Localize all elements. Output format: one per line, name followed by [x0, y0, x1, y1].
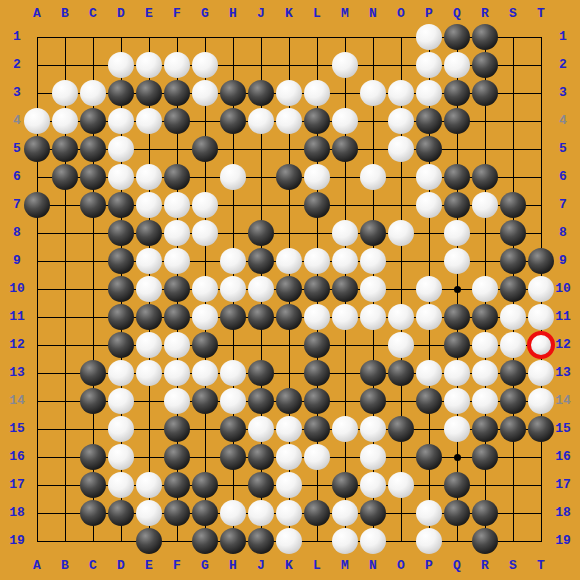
board-cell-J11[interactable]: [247, 303, 275, 331]
board-cell-F12[interactable]: [163, 331, 191, 359]
board-cell-E9[interactable]: [135, 247, 163, 275]
board-cell-K19[interactable]: [275, 527, 303, 555]
board-cell-O4[interactable]: [387, 107, 415, 135]
board-cell-M2[interactable]: [331, 51, 359, 79]
board-cell-K13[interactable]: [275, 359, 303, 387]
board-cell-S14[interactable]: [499, 387, 527, 415]
board-cell-S12[interactable]: [499, 331, 527, 359]
board-cell-B14[interactable]: [51, 387, 79, 415]
board-cell-M17[interactable]: [331, 471, 359, 499]
board-cell-B13[interactable]: [51, 359, 79, 387]
board-cell-B9[interactable]: [51, 247, 79, 275]
board-cell-H6[interactable]: [219, 163, 247, 191]
board-cell-L4[interactable]: [303, 107, 331, 135]
board-cell-Q10[interactable]: [443, 275, 471, 303]
board-cell-O6[interactable]: [387, 163, 415, 191]
board-cell-N17[interactable]: [359, 471, 387, 499]
board-cell-P6[interactable]: [415, 163, 443, 191]
board-cell-P10[interactable]: [415, 275, 443, 303]
board-cell-S9[interactable]: [499, 247, 527, 275]
board-cell-L14[interactable]: [303, 387, 331, 415]
board-cell-B18[interactable]: [51, 499, 79, 527]
board-cell-R9[interactable]: [471, 247, 499, 275]
board-cell-K5[interactable]: [275, 135, 303, 163]
board-cell-P9[interactable]: [415, 247, 443, 275]
board-cell-N3[interactable]: [359, 79, 387, 107]
board-cell-B15[interactable]: [51, 415, 79, 443]
board-cell-Q14[interactable]: [443, 387, 471, 415]
board-cell-E16[interactable]: [135, 443, 163, 471]
board-cell-F11[interactable]: [163, 303, 191, 331]
board-cell-E11[interactable]: [135, 303, 163, 331]
board-cell-L9[interactable]: [303, 247, 331, 275]
board-cell-H3[interactable]: [219, 79, 247, 107]
board-cell-O5[interactable]: [387, 135, 415, 163]
board-cell-N4[interactable]: [359, 107, 387, 135]
board-cell-N5[interactable]: [359, 135, 387, 163]
board-cell-C14[interactable]: [79, 387, 107, 415]
board-cell-H19[interactable]: [219, 527, 247, 555]
board-cell-O2[interactable]: [387, 51, 415, 79]
board-cell-F15[interactable]: [163, 415, 191, 443]
board-cell-E14[interactable]: [135, 387, 163, 415]
board-cell-P3[interactable]: [415, 79, 443, 107]
board-cell-P17[interactable]: [415, 471, 443, 499]
board-cell-F17[interactable]: [163, 471, 191, 499]
board-cell-S18[interactable]: [499, 499, 527, 527]
board-cell-G8[interactable]: [191, 219, 219, 247]
board-cell-J13[interactable]: [247, 359, 275, 387]
board-cell-K4[interactable]: [275, 107, 303, 135]
board-cell-P5[interactable]: [415, 135, 443, 163]
board-cell-M18[interactable]: [331, 499, 359, 527]
board-cell-K9[interactable]: [275, 247, 303, 275]
board-cell-J12[interactable]: [247, 331, 275, 359]
board-cell-Q13[interactable]: [443, 359, 471, 387]
board-cell-C1[interactable]: [79, 23, 107, 51]
board-cell-M9[interactable]: [331, 247, 359, 275]
board-cell-H10[interactable]: [219, 275, 247, 303]
board-cell-S16[interactable]: [499, 443, 527, 471]
board-cell-E17[interactable]: [135, 471, 163, 499]
board-cell-P1[interactable]: [415, 23, 443, 51]
board-cell-E1[interactable]: [135, 23, 163, 51]
board-cell-Q15[interactable]: [443, 415, 471, 443]
board-cell-S1[interactable]: [499, 23, 527, 51]
board-cell-P11[interactable]: [415, 303, 443, 331]
board-cell-Q9[interactable]: [443, 247, 471, 275]
board-cell-R5[interactable]: [471, 135, 499, 163]
board-cell-N2[interactable]: [359, 51, 387, 79]
board-cell-S8[interactable]: [499, 219, 527, 247]
board-cell-D18[interactable]: [107, 499, 135, 527]
board-cell-H2[interactable]: [219, 51, 247, 79]
board-cell-L2[interactable]: [303, 51, 331, 79]
board-cell-D17[interactable]: [107, 471, 135, 499]
board-cell-F8[interactable]: [163, 219, 191, 247]
board-cell-C7[interactable]: [79, 191, 107, 219]
board-cell-R2[interactable]: [471, 51, 499, 79]
board-cell-Q19[interactable]: [443, 527, 471, 555]
board-cell-P15[interactable]: [415, 415, 443, 443]
board-cell-J16[interactable]: [247, 443, 275, 471]
board-cell-L3[interactable]: [303, 79, 331, 107]
board-cell-D1[interactable]: [107, 23, 135, 51]
board-cell-R14[interactable]: [471, 387, 499, 415]
board-cell-N18[interactable]: [359, 499, 387, 527]
board-cell-F10[interactable]: [163, 275, 191, 303]
board-cell-Q8[interactable]: [443, 219, 471, 247]
board-cell-G18[interactable]: [191, 499, 219, 527]
board-cell-O9[interactable]: [387, 247, 415, 275]
board-cell-H15[interactable]: [219, 415, 247, 443]
board-cell-O8[interactable]: [387, 219, 415, 247]
board-cell-S4[interactable]: [499, 107, 527, 135]
board-cell-F2[interactable]: [163, 51, 191, 79]
board-cell-B4[interactable]: [51, 107, 79, 135]
board-cell-M15[interactable]: [331, 415, 359, 443]
board-cell-O16[interactable]: [387, 443, 415, 471]
board-cell-D4[interactable]: [107, 107, 135, 135]
board-cell-R13[interactable]: [471, 359, 499, 387]
board-cell-B6[interactable]: [51, 163, 79, 191]
board-cell-E12[interactable]: [135, 331, 163, 359]
board-cell-N7[interactable]: [359, 191, 387, 219]
board-cell-R12[interactable]: [471, 331, 499, 359]
board-cell-R4[interactable]: [471, 107, 499, 135]
board-cell-J19[interactable]: [247, 527, 275, 555]
board-cell-N10[interactable]: [359, 275, 387, 303]
board-cell-H5[interactable]: [219, 135, 247, 163]
board-cell-D14[interactable]: [107, 387, 135, 415]
board-cell-E2[interactable]: [135, 51, 163, 79]
board-cell-E4[interactable]: [135, 107, 163, 135]
board-cell-N19[interactable]: [359, 527, 387, 555]
board-cell-Q7[interactable]: [443, 191, 471, 219]
board-cell-H18[interactable]: [219, 499, 247, 527]
board-cell-R11[interactable]: [471, 303, 499, 331]
board-cell-S15[interactable]: [499, 415, 527, 443]
board-cell-R15[interactable]: [471, 415, 499, 443]
board-cell-K3[interactable]: [275, 79, 303, 107]
board-cell-M13[interactable]: [331, 359, 359, 387]
board-cell-J14[interactable]: [247, 387, 275, 415]
board-cell-R3[interactable]: [471, 79, 499, 107]
board-cell-C8[interactable]: [79, 219, 107, 247]
board-cell-C19[interactable]: [79, 527, 107, 555]
board-cell-G16[interactable]: [191, 443, 219, 471]
board-cell-G12[interactable]: [191, 331, 219, 359]
board-cell-J2[interactable]: [247, 51, 275, 79]
board-cell-C4[interactable]: [79, 107, 107, 135]
board-cell-P18[interactable]: [415, 499, 443, 527]
board-cell-F16[interactable]: [163, 443, 191, 471]
board-cell-J4[interactable]: [247, 107, 275, 135]
board-cell-Q5[interactable]: [443, 135, 471, 163]
board-cell-J18[interactable]: [247, 499, 275, 527]
board-cell-J10[interactable]: [247, 275, 275, 303]
board-cell-B3[interactable]: [51, 79, 79, 107]
board-cell-Q1[interactable]: [443, 23, 471, 51]
board-cell-M16[interactable]: [331, 443, 359, 471]
board-cell-L11[interactable]: [303, 303, 331, 331]
board-cell-R19[interactable]: [471, 527, 499, 555]
board-cell-H14[interactable]: [219, 387, 247, 415]
board-cell-S2[interactable]: [499, 51, 527, 79]
board-cell-M4[interactable]: [331, 107, 359, 135]
board-cell-N13[interactable]: [359, 359, 387, 387]
board-cell-C9[interactable]: [79, 247, 107, 275]
board-cell-C6[interactable]: [79, 163, 107, 191]
board-cell-L5[interactable]: [303, 135, 331, 163]
board-cell-G3[interactable]: [191, 79, 219, 107]
board-cell-B11[interactable]: [51, 303, 79, 331]
board-cell-B7[interactable]: [51, 191, 79, 219]
board-cell-J3[interactable]: [247, 79, 275, 107]
board-cell-Q18[interactable]: [443, 499, 471, 527]
board-cell-D19[interactable]: [107, 527, 135, 555]
board-cell-K18[interactable]: [275, 499, 303, 527]
board-cell-L17[interactable]: [303, 471, 331, 499]
board-cell-N14[interactable]: [359, 387, 387, 415]
board-cell-N16[interactable]: [359, 443, 387, 471]
board-cell-Q4[interactable]: [443, 107, 471, 135]
board-cell-H1[interactable]: [219, 23, 247, 51]
board-cell-C17[interactable]: [79, 471, 107, 499]
board-cell-C3[interactable]: [79, 79, 107, 107]
board-cell-Q11[interactable]: [443, 303, 471, 331]
board-cell-G5[interactable]: [191, 135, 219, 163]
board-cell-O10[interactable]: [387, 275, 415, 303]
board-cell-P13[interactable]: [415, 359, 443, 387]
board-cell-E8[interactable]: [135, 219, 163, 247]
board-cell-R7[interactable]: [471, 191, 499, 219]
board-cell-L13[interactable]: [303, 359, 331, 387]
board-cell-H16[interactable]: [219, 443, 247, 471]
board-cell-F13[interactable]: [163, 359, 191, 387]
board-cell-M5[interactable]: [331, 135, 359, 163]
board-cell-R18[interactable]: [471, 499, 499, 527]
board-cell-P2[interactable]: [415, 51, 443, 79]
board-cell-H13[interactable]: [219, 359, 247, 387]
board-cell-G7[interactable]: [191, 191, 219, 219]
board-cell-M1[interactable]: [331, 23, 359, 51]
board-cell-R1[interactable]: [471, 23, 499, 51]
board-cell-S6[interactable]: [499, 163, 527, 191]
board-cell-H7[interactable]: [219, 191, 247, 219]
board-cell-M11[interactable]: [331, 303, 359, 331]
board-cell-R10[interactable]: [471, 275, 499, 303]
board-cell-G17[interactable]: [191, 471, 219, 499]
board-cell-C2[interactable]: [79, 51, 107, 79]
board-cell-P12[interactable]: [415, 331, 443, 359]
board-cell-R16[interactable]: [471, 443, 499, 471]
board-cell-Q17[interactable]: [443, 471, 471, 499]
board-cell-D6[interactable]: [107, 163, 135, 191]
board-cell-M8[interactable]: [331, 219, 359, 247]
board-cell-B5[interactable]: [51, 135, 79, 163]
board-cell-H12[interactable]: [219, 331, 247, 359]
board-cell-E7[interactable]: [135, 191, 163, 219]
board-cell-O18[interactable]: [387, 499, 415, 527]
board-cell-F6[interactable]: [163, 163, 191, 191]
board-cell-S7[interactable]: [499, 191, 527, 219]
board-cell-G13[interactable]: [191, 359, 219, 387]
board-cell-R17[interactable]: [471, 471, 499, 499]
board-cell-F19[interactable]: [163, 527, 191, 555]
board-cell-L10[interactable]: [303, 275, 331, 303]
board-cell-G14[interactable]: [191, 387, 219, 415]
board-cell-L6[interactable]: [303, 163, 331, 191]
board-cell-S3[interactable]: [499, 79, 527, 107]
board-cell-B17[interactable]: [51, 471, 79, 499]
board-cell-D15[interactable]: [107, 415, 135, 443]
board-cell-B10[interactable]: [51, 275, 79, 303]
board-cell-F14[interactable]: [163, 387, 191, 415]
board-cell-M19[interactable]: [331, 527, 359, 555]
board-cell-Q16[interactable]: [443, 443, 471, 471]
board-cell-F9[interactable]: [163, 247, 191, 275]
board-cell-P19[interactable]: [415, 527, 443, 555]
board-cell-F4[interactable]: [163, 107, 191, 135]
board-cell-B8[interactable]: [51, 219, 79, 247]
board-cell-J8[interactable]: [247, 219, 275, 247]
board-cell-H4[interactable]: [219, 107, 247, 135]
board-cell-F7[interactable]: [163, 191, 191, 219]
board-cell-L16[interactable]: [303, 443, 331, 471]
board-cell-S19[interactable]: [499, 527, 527, 555]
board-cell-H9[interactable]: [219, 247, 247, 275]
board-cell-F1[interactable]: [163, 23, 191, 51]
board-cell-D7[interactable]: [107, 191, 135, 219]
board-cell-G9[interactable]: [191, 247, 219, 275]
board-cell-O1[interactable]: [387, 23, 415, 51]
board-cell-Q6[interactable]: [443, 163, 471, 191]
board-cell-M6[interactable]: [331, 163, 359, 191]
board-cell-O13[interactable]: [387, 359, 415, 387]
board-cell-D16[interactable]: [107, 443, 135, 471]
board-cell-B2[interactable]: [51, 51, 79, 79]
board-cell-K17[interactable]: [275, 471, 303, 499]
board-cell-B1[interactable]: [51, 23, 79, 51]
board-cell-E3[interactable]: [135, 79, 163, 107]
board-cell-S10[interactable]: [499, 275, 527, 303]
board-cell-D12[interactable]: [107, 331, 135, 359]
board-cell-S17[interactable]: [499, 471, 527, 499]
board-cell-G10[interactable]: [191, 275, 219, 303]
board-cell-K15[interactable]: [275, 415, 303, 443]
board-cell-K16[interactable]: [275, 443, 303, 471]
board-cell-D10[interactable]: [107, 275, 135, 303]
board-cell-E15[interactable]: [135, 415, 163, 443]
board-cell-N8[interactable]: [359, 219, 387, 247]
board-cell-L15[interactable]: [303, 415, 331, 443]
board-cell-R8[interactable]: [471, 219, 499, 247]
board-cell-O15[interactable]: [387, 415, 415, 443]
board-cell-D3[interactable]: [107, 79, 135, 107]
board-cell-H17[interactable]: [219, 471, 247, 499]
board-cell-M7[interactable]: [331, 191, 359, 219]
board-cell-F3[interactable]: [163, 79, 191, 107]
board-cell-B16[interactable]: [51, 443, 79, 471]
board-cell-S5[interactable]: [499, 135, 527, 163]
board-cell-Q12[interactable]: [443, 331, 471, 359]
board-cell-G1[interactable]: [191, 23, 219, 51]
board-cell-S13[interactable]: [499, 359, 527, 387]
board-cell-G15[interactable]: [191, 415, 219, 443]
board-cell-N12[interactable]: [359, 331, 387, 359]
board-cell-N11[interactable]: [359, 303, 387, 331]
board-cell-C15[interactable]: [79, 415, 107, 443]
board-cell-O7[interactable]: [387, 191, 415, 219]
board-cell-M14[interactable]: [331, 387, 359, 415]
board-cell-P4[interactable]: [415, 107, 443, 135]
board-cell-H11[interactable]: [219, 303, 247, 331]
board-cell-L7[interactable]: [303, 191, 331, 219]
board-cell-L12[interactable]: [303, 331, 331, 359]
board-cell-J5[interactable]: [247, 135, 275, 163]
board-cell-O3[interactable]: [387, 79, 415, 107]
board-cell-K7[interactable]: [275, 191, 303, 219]
board-cell-G11[interactable]: [191, 303, 219, 331]
board-cell-K14[interactable]: [275, 387, 303, 415]
board-cell-J1[interactable]: [247, 23, 275, 51]
board-cell-O11[interactable]: [387, 303, 415, 331]
board-cell-C12[interactable]: [79, 331, 107, 359]
board-cell-M12[interactable]: [331, 331, 359, 359]
board-cell-Q3[interactable]: [443, 79, 471, 107]
board-cell-G19[interactable]: [191, 527, 219, 555]
board-cell-M3[interactable]: [331, 79, 359, 107]
board-cell-C5[interactable]: [79, 135, 107, 163]
board-cell-C18[interactable]: [79, 499, 107, 527]
board-cell-N6[interactable]: [359, 163, 387, 191]
board-cell-K6[interactable]: [275, 163, 303, 191]
board-cell-C13[interactable]: [79, 359, 107, 387]
board-cell-O12[interactable]: [387, 331, 415, 359]
board-cell-D2[interactable]: [107, 51, 135, 79]
board-cell-O19[interactable]: [387, 527, 415, 555]
board-cell-D5[interactable]: [107, 135, 135, 163]
board-cell-J17[interactable]: [247, 471, 275, 499]
board-cell-J6[interactable]: [247, 163, 275, 191]
board-cell-O17[interactable]: [387, 471, 415, 499]
board-cell-D9[interactable]: [107, 247, 135, 275]
board-cell-D13[interactable]: [107, 359, 135, 387]
board-cell-P16[interactable]: [415, 443, 443, 471]
board-cell-L1[interactable]: [303, 23, 331, 51]
board-cell-R6[interactable]: [471, 163, 499, 191]
board-cell-E6[interactable]: [135, 163, 163, 191]
board-cell-L18[interactable]: [303, 499, 331, 527]
board-cell-M10[interactable]: [331, 275, 359, 303]
board-cell-F18[interactable]: [163, 499, 191, 527]
board-cell-H8[interactable]: [219, 219, 247, 247]
board-cell-J9[interactable]: [247, 247, 275, 275]
board-cell-D11[interactable]: [107, 303, 135, 331]
board-cell-G2[interactable]: [191, 51, 219, 79]
board-cell-K8[interactable]: [275, 219, 303, 247]
board-cell-N9[interactable]: [359, 247, 387, 275]
board-cell-J15[interactable]: [247, 415, 275, 443]
board-cell-B19[interactable]: [51, 527, 79, 555]
board-cell-K1[interactable]: [275, 23, 303, 51]
board-cell-E5[interactable]: [135, 135, 163, 163]
board-cell-K2[interactable]: [275, 51, 303, 79]
board-cell-G6[interactable]: [191, 163, 219, 191]
board-cell-Q2[interactable]: [443, 51, 471, 79]
board-cell-E19[interactable]: [135, 527, 163, 555]
